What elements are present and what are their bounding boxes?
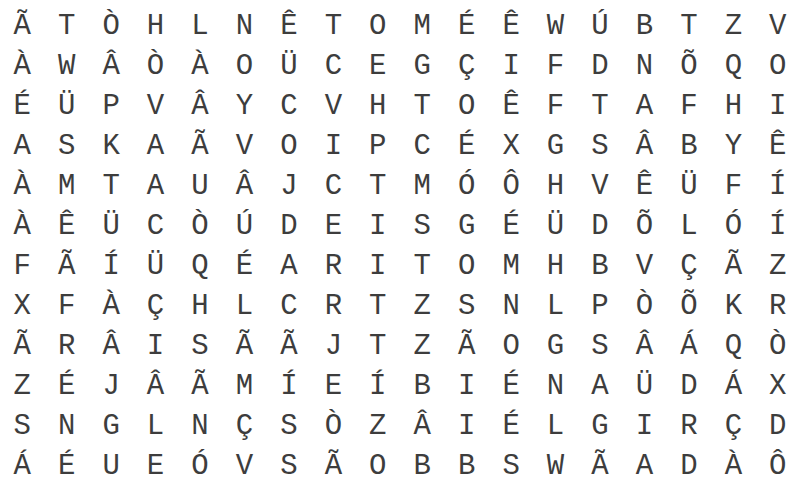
grid-cell[interactable]: Í [267, 366, 311, 406]
grid-cell[interactable]: D [578, 46, 622, 86]
grid-cell[interactable]: R [311, 246, 355, 286]
grid-cell[interactable]: Ò [89, 6, 133, 46]
grid-cell[interactable]: S [0, 406, 44, 446]
grid-cell[interactable]: V [222, 446, 266, 486]
grid-cell[interactable]: Ü [667, 166, 711, 206]
grid-cell[interactable]: Ã [444, 326, 488, 366]
grid-cell[interactable]: I [622, 406, 666, 446]
grid-cell[interactable]: C [267, 286, 311, 326]
grid-cell[interactable]: M [222, 366, 266, 406]
grid-cell[interactable]: D [578, 206, 622, 246]
grid-cell[interactable]: J [311, 326, 355, 366]
grid-cell[interactable]: H [533, 166, 577, 206]
grid-cell[interactable]: V [133, 86, 177, 126]
grid-cell[interactable]: I [756, 86, 800, 126]
grid-cell[interactable]: Ü [133, 246, 177, 286]
grid-cell[interactable]: Ò [622, 286, 666, 326]
grid-cell[interactable]: É [444, 126, 488, 166]
grid-cell[interactable]: Õ [622, 206, 666, 246]
grid-cell[interactable]: C [267, 86, 311, 126]
grid-cell[interactable]: Í [756, 166, 800, 206]
grid-cell[interactable]: Z [0, 366, 44, 406]
grid-cell[interactable]: Ü [44, 86, 88, 126]
grid-cell[interactable]: Á [0, 446, 44, 486]
grid-cell[interactable]: Â [89, 46, 133, 86]
grid-cell[interactable]: T [356, 166, 400, 206]
grid-cell[interactable]: Ê [267, 6, 311, 46]
grid-cell[interactable]: T [400, 246, 444, 286]
grid-cell[interactable]: Y [711, 126, 755, 166]
grid-cell[interactable]: Á [667, 326, 711, 366]
grid-cell[interactable]: Ç [711, 406, 755, 446]
grid-cell[interactable]: W [44, 46, 88, 86]
grid-cell[interactable]: N [44, 406, 88, 446]
grid-cell[interactable]: S [44, 126, 88, 166]
grid-cell[interactable]: É [0, 86, 44, 126]
grid-cell[interactable]: Ã [178, 126, 222, 166]
grid-cell[interactable]: Ê [44, 206, 88, 246]
grid-cell[interactable]: H [533, 246, 577, 286]
grid-cell[interactable]: Ú [222, 206, 266, 246]
grid-cell[interactable]: I [444, 406, 488, 446]
grid-cell[interactable]: A [133, 166, 177, 206]
grid-cell[interactable]: À [0, 46, 44, 86]
grid-cell[interactable]: P [578, 286, 622, 326]
grid-cell[interactable]: K [89, 126, 133, 166]
grid-cell[interactable]: Í [89, 246, 133, 286]
grid-cell[interactable]: Ã [178, 366, 222, 406]
grid-cell[interactable]: Z [756, 246, 800, 286]
grid-cell[interactable]: N [533, 366, 577, 406]
grid-cell[interactable]: I [489, 46, 533, 86]
grid-cell[interactable]: T [356, 286, 400, 326]
grid-cell[interactable]: Ó [444, 166, 488, 206]
grid-cell[interactable]: A [622, 86, 666, 126]
grid-cell[interactable]: B [400, 446, 444, 486]
grid-cell[interactable]: E [311, 366, 355, 406]
grid-cell[interactable]: M [400, 166, 444, 206]
grid-cell[interactable]: X [756, 366, 800, 406]
grid-cell[interactable]: É [44, 366, 88, 406]
grid-cell[interactable]: R [44, 326, 88, 366]
grid-cell[interactable]: Ç [667, 246, 711, 286]
grid-cell[interactable]: Õ [667, 46, 711, 86]
grid-cell[interactable]: Ê [489, 86, 533, 126]
grid-cell[interactable]: Z [711, 6, 755, 46]
grid-cell[interactable]: N [489, 286, 533, 326]
grid-cell[interactable]: O [444, 246, 488, 286]
grid-cell[interactable]: Ã [711, 246, 755, 286]
grid-cell[interactable]: D [667, 366, 711, 406]
grid-cell[interactable]: Ú [578, 6, 622, 46]
grid-cell[interactable]: X [489, 126, 533, 166]
grid-cell[interactable]: L [133, 406, 177, 446]
grid-cell[interactable]: Ç [222, 406, 266, 446]
grid-cell[interactable]: Ã [267, 326, 311, 366]
grid-cell[interactable]: L [222, 286, 266, 326]
grid-cell[interactable]: F [44, 286, 88, 326]
grid-cell[interactable]: B [578, 246, 622, 286]
grid-cell[interactable]: S [400, 206, 444, 246]
grid-cell[interactable]: T [400, 86, 444, 126]
grid-cell[interactable]: C [133, 206, 177, 246]
grid-cell[interactable]: Ã [0, 6, 44, 46]
grid-cell[interactable]: W [533, 446, 577, 486]
grid-cell[interactable]: Z [356, 406, 400, 446]
grid-cell[interactable]: Q [711, 46, 755, 86]
grid-cell[interactable]: H [711, 86, 755, 126]
grid-cell[interactable]: Ò [756, 326, 800, 366]
grid-cell[interactable]: H [178, 286, 222, 326]
grid-cell[interactable]: Ó [711, 206, 755, 246]
grid-cell[interactable]: E [356, 46, 400, 86]
grid-cell[interactable]: S [489, 446, 533, 486]
grid-cell[interactable]: O [356, 446, 400, 486]
grid-cell[interactable]: C [311, 166, 355, 206]
word-search-page: ÃTÒHLNÊTOMÉÊWÚBTZVÀWÂÒÀOÜCEGÇIFDNÕQOÉÜPV… [0, 0, 800, 503]
grid-cell[interactable]: Ê [756, 126, 800, 166]
grid-cell[interactable]: É [222, 246, 266, 286]
grid-cell[interactable]: A [267, 246, 311, 286]
grid-cell[interactable]: G [444, 206, 488, 246]
grid-cell[interactable]: Â [89, 326, 133, 366]
grid-cell[interactable]: À [178, 46, 222, 86]
grid-cell[interactable]: Ô [489, 166, 533, 206]
grid-cell[interactable]: Ü [267, 46, 311, 86]
grid-cell[interactable]: Ò [133, 46, 177, 86]
grid-cell[interactable]: Â [222, 166, 266, 206]
grid-cell[interactable]: F [533, 86, 577, 126]
grid-cell[interactable]: T [311, 6, 355, 46]
grid-cell[interactable]: Ã [0, 326, 44, 366]
grid-cell[interactable]: J [267, 166, 311, 206]
grid-cell[interactable]: Ü [89, 206, 133, 246]
grid-cell[interactable]: P [89, 86, 133, 126]
grid-cell[interactable]: Z [400, 286, 444, 326]
grid-cell[interactable]: M [489, 246, 533, 286]
grid-cell[interactable]: Á [711, 366, 755, 406]
grid-cell[interactable]: A [0, 126, 44, 166]
grid-cell[interactable]: R [311, 286, 355, 326]
grid-cell[interactable]: O [222, 46, 266, 86]
grid-cell[interactable]: J [89, 366, 133, 406]
grid-cell[interactable]: C [311, 46, 355, 86]
grid-cell[interactable]: I [311, 126, 355, 166]
grid-cell[interactable]: É [444, 6, 488, 46]
grid-cell[interactable]: W [533, 6, 577, 46]
grid-cell[interactable]: A [133, 126, 177, 166]
grid-cell[interactable]: V [311, 86, 355, 126]
grid-cell[interactable]: Â [400, 406, 444, 446]
grid-cell[interactable]: Â [133, 366, 177, 406]
grid-cell[interactable]: D [267, 206, 311, 246]
grid-cell[interactable]: Q [178, 246, 222, 286]
grid-cell[interactable]: V [578, 166, 622, 206]
grid-cell[interactable]: L [667, 206, 711, 246]
grid-cell[interactable]: M [44, 166, 88, 206]
grid-cell[interactable]: B [667, 126, 711, 166]
grid-cell[interactable]: G [89, 406, 133, 446]
grid-cell[interactable]: H [133, 6, 177, 46]
grid-cell[interactable]: É [489, 406, 533, 446]
grid-cell[interactable]: R [667, 406, 711, 446]
grid-cell[interactable]: Q [711, 326, 755, 366]
grid-cell[interactable]: G [533, 326, 577, 366]
grid-cell[interactable]: G [400, 46, 444, 86]
grid-cell[interactable]: O [756, 46, 800, 86]
grid-cell[interactable]: R [756, 286, 800, 326]
grid-cell[interactable]: O [444, 86, 488, 126]
grid-cell[interactable]: T [578, 86, 622, 126]
grid-cell[interactable]: B [622, 6, 666, 46]
grid-cell[interactable]: Ã [311, 446, 355, 486]
grid-cell[interactable]: Â [178, 86, 222, 126]
grid-cell[interactable]: Ç [133, 286, 177, 326]
grid-cell[interactable]: I [356, 246, 400, 286]
grid-cell[interactable]: V [222, 126, 266, 166]
grid-cell[interactable]: C [400, 126, 444, 166]
grid-cell[interactable]: Ã [578, 446, 622, 486]
grid-cell[interactable]: S [578, 326, 622, 366]
grid-cell[interactable]: K [711, 286, 755, 326]
grid-cell[interactable]: S [178, 326, 222, 366]
grid-cell[interactable]: E [311, 206, 355, 246]
grid-cell[interactable]: X [0, 286, 44, 326]
grid-cell[interactable]: T [89, 166, 133, 206]
grid-cell[interactable]: U [89, 446, 133, 486]
word-search-grid: ÃTÒHLNÊTOMÉÊWÚBTZVÀWÂÒÀOÜCEGÇIFDNÕQOÉÜPV… [0, 6, 800, 486]
grid-cell[interactable]: À [711, 446, 755, 486]
grid-cell[interactable]: S [267, 406, 311, 446]
grid-cell[interactable]: T [44, 6, 88, 46]
grid-cell[interactable]: O [356, 6, 400, 46]
grid-cell[interactable]: Í [356, 366, 400, 406]
grid-cell[interactable]: B [444, 446, 488, 486]
grid-cell[interactable]: L [533, 286, 577, 326]
grid-cell[interactable]: V [622, 246, 666, 286]
grid-cell[interactable]: H [356, 86, 400, 126]
grid-cell[interactable]: À [89, 286, 133, 326]
grid-cell[interactable]: Ü [533, 206, 577, 246]
grid-cell[interactable]: D [756, 406, 800, 446]
grid-cell[interactable]: Ô [756, 446, 800, 486]
grid-cell[interactable]: N [622, 46, 666, 86]
grid-cell[interactable]: L [178, 6, 222, 46]
grid-cell[interactable]: F [667, 86, 711, 126]
grid-cell[interactable]: Í [756, 206, 800, 246]
grid-cell[interactable]: É [489, 366, 533, 406]
grid-cell[interactable]: Ê [622, 166, 666, 206]
grid-cell[interactable]: Ç [444, 46, 488, 86]
grid-cell[interactable]: Ü [622, 366, 666, 406]
grid-cell[interactable]: U [178, 166, 222, 206]
grid-cell[interactable]: O [267, 126, 311, 166]
grid-cell[interactable]: À [0, 206, 44, 246]
grid-cell[interactable]: P [356, 126, 400, 166]
grid-cell[interactable]: À [0, 166, 44, 206]
grid-cell[interactable]: I [133, 326, 177, 366]
grid-cell[interactable]: É [44, 446, 88, 486]
grid-cell[interactable]: M [400, 6, 444, 46]
grid-cell[interactable]: S [267, 446, 311, 486]
grid-cell[interactable]: N [222, 6, 266, 46]
grid-cell[interactable]: G [578, 406, 622, 446]
grid-cell[interactable]: Õ [667, 286, 711, 326]
grid-cell[interactable]: I [356, 206, 400, 246]
grid-cell[interactable]: O [489, 326, 533, 366]
grid-cell[interactable]: S [578, 126, 622, 166]
grid-cell[interactable]: S [444, 286, 488, 326]
grid-cell[interactable]: Ò [311, 406, 355, 446]
grid-cell[interactable]: I [444, 366, 488, 406]
grid-cell[interactable]: G [533, 126, 577, 166]
grid-cell[interactable]: N [178, 406, 222, 446]
grid-cell[interactable]: F [0, 246, 44, 286]
grid-cell[interactable]: B [400, 366, 444, 406]
grid-cell[interactable]: Ó [178, 446, 222, 486]
grid-cell[interactable]: T [356, 326, 400, 366]
grid-cell[interactable]: Ò [178, 206, 222, 246]
grid-cell[interactable]: T [667, 6, 711, 46]
grid-cell[interactable]: Y [222, 86, 266, 126]
grid-cell[interactable]: Ã [222, 326, 266, 366]
grid-cell[interactable]: L [533, 406, 577, 446]
grid-cell[interactable]: Ê [489, 6, 533, 46]
grid-cell[interactable]: F [533, 46, 577, 86]
grid-cell[interactable]: F [711, 166, 755, 206]
grid-cell[interactable]: Â [622, 126, 666, 166]
grid-cell[interactable]: D [667, 446, 711, 486]
grid-cell[interactable]: É [489, 206, 533, 246]
grid-cell[interactable]: Ã [44, 246, 88, 286]
grid-cell[interactable]: V [756, 6, 800, 46]
grid-cell[interactable]: Â [622, 326, 666, 366]
grid-cell[interactable]: E [133, 446, 177, 486]
grid-cell[interactable]: Z [400, 326, 444, 366]
grid-cell[interactable]: A [622, 446, 666, 486]
grid-cell[interactable]: A [578, 366, 622, 406]
